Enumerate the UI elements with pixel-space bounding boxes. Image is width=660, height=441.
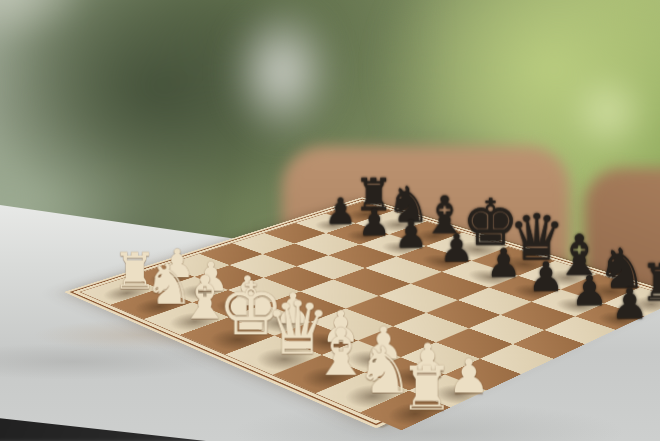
black-pawn: ♟: [440, 230, 474, 266]
black-pawn: ♟: [571, 271, 608, 310]
black-pawn: ♟: [358, 204, 391, 239]
chess-photo-scene: ♜♟♟♜♞♟♟♞♝♟♟♝♚♟♟♚♛♟♟♛♝♟♟♝♞♟♟♞♜♟♟♜: [0, 0, 660, 441]
white-pawn: ♟: [448, 354, 490, 399]
black-pawn: ♟: [324, 194, 356, 228]
black-pawn: ♟: [528, 257, 564, 295]
white-rook: ♜: [399, 361, 453, 418]
black-pawn: ♟: [611, 283, 649, 323]
square-b5: [469, 315, 544, 344]
black-pawn: ♟: [395, 216, 429, 252]
square-e6: [365, 257, 442, 284]
black-pawn: ♟: [486, 244, 521, 281]
